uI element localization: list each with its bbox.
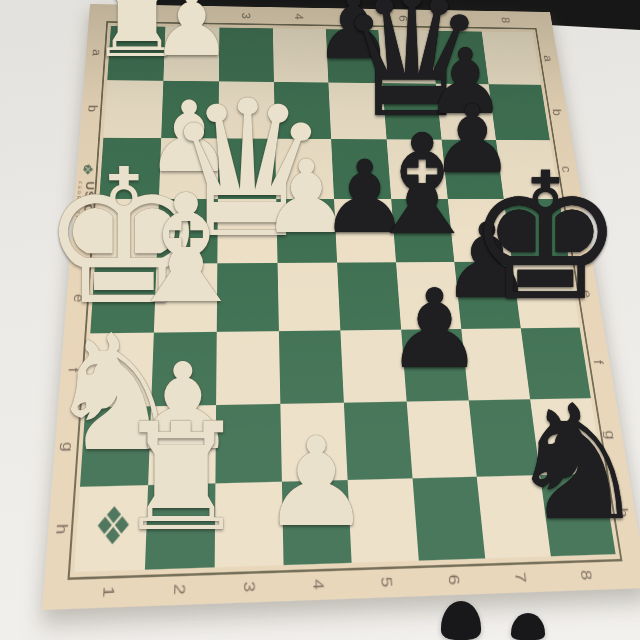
square-f3 — [216, 331, 280, 405]
file-label-right-h: h — [610, 498, 637, 527]
crest-icon: ❖ — [79, 163, 96, 176]
rank-label-bottom-2: 2 — [167, 573, 193, 605]
square-h3 — [215, 482, 284, 568]
square-g2 — [148, 405, 216, 485]
square-h4 — [282, 480, 352, 565]
square-e3 — [217, 263, 279, 332]
square-c3 — [218, 138, 276, 199]
rank-label-bottom-5: 5 — [374, 566, 400, 598]
square-g8 — [530, 398, 603, 475]
square-a2 — [163, 27, 219, 82]
square-e8 — [512, 261, 580, 328]
square-h8 — [540, 473, 616, 556]
file-label-right-f: f — [586, 350, 611, 375]
square-h2 — [145, 483, 215, 569]
chess-mat: aabbccddeeffgghh1122334455667788 ❖ US CH… — [42, 4, 640, 610]
square-f8 — [521, 328, 591, 400]
square-b6 — [382, 83, 441, 140]
square-e7 — [454, 262, 520, 329]
square-d5 — [334, 199, 396, 263]
square-c6 — [387, 139, 448, 199]
square-d4 — [276, 199, 337, 263]
square-e5 — [337, 262, 401, 330]
square-a4 — [273, 28, 329, 82]
file-label-left-e: e — [67, 286, 91, 311]
square-e4 — [278, 263, 341, 332]
chess-board-grid — [74, 26, 615, 572]
file-label-right-g: g — [597, 421, 623, 448]
square-a8 — [482, 32, 541, 85]
square-b7 — [436, 84, 496, 140]
file-label-right-e: e — [575, 282, 599, 306]
square-a5 — [326, 29, 383, 83]
file-label-left-a: a — [86, 43, 107, 62]
rank-label-top-3: 3 — [237, 7, 256, 25]
file-label-left-b: b — [82, 98, 104, 119]
photo-stage: aabbccddeeffgghh1122334455667788 ❖ US CH… — [0, 0, 640, 640]
rank-label-top-6: 6 — [393, 9, 413, 27]
rank-label-top-2: 2 — [183, 6, 202, 25]
square-c4 — [275, 139, 334, 199]
square-c2 — [159, 138, 219, 199]
square-f5 — [340, 330, 406, 403]
file-label-left-f: f — [61, 357, 86, 384]
square-a7 — [430, 31, 488, 84]
square-g1 — [80, 406, 151, 487]
square-d8 — [504, 199, 569, 262]
square-f4 — [279, 330, 344, 403]
rank-label-top-8: 8 — [495, 11, 515, 29]
square-a1 — [107, 26, 165, 81]
square-d2 — [156, 199, 217, 264]
rank-label-top-7: 7 — [445, 10, 465, 28]
square-h7 — [477, 475, 551, 558]
square-g6 — [407, 400, 477, 478]
rank-label-bottom-4: 4 — [306, 569, 331, 601]
square-c1 — [99, 138, 161, 199]
square-f6 — [401, 329, 469, 402]
rank-label-top-5: 5 — [342, 8, 362, 26]
square-d3 — [217, 199, 277, 263]
square-b8 — [489, 84, 550, 140]
square-c7 — [442, 140, 504, 199]
square-c5 — [331, 139, 391, 199]
rank-label-top-4: 4 — [289, 7, 308, 25]
rank-label-bottom-7: 7 — [507, 562, 534, 593]
square-f1 — [85, 333, 154, 408]
square-h5 — [348, 478, 419, 562]
square-a3 — [219, 28, 274, 82]
file-label-right-d: d — [565, 219, 588, 241]
square-g7 — [469, 399, 540, 476]
square-a6 — [378, 30, 435, 84]
file-label-right-a: a — [538, 49, 559, 68]
rank-label-bottom-8: 8 — [573, 560, 600, 591]
square-e6 — [396, 262, 461, 330]
square-h6 — [413, 477, 486, 561]
square-g4 — [280, 403, 347, 482]
rank-label-top-1: 1 — [129, 5, 149, 24]
rank-label-bottom-3: 3 — [237, 571, 262, 603]
captured-black-piece — [441, 601, 481, 640]
square-e1 — [90, 264, 156, 334]
square-b2 — [161, 81, 219, 139]
captured-black-piece — [511, 613, 545, 640]
square-e2 — [154, 263, 217, 332]
file-label-right-b: b — [546, 102, 568, 122]
square-b1 — [103, 80, 163, 138]
square-d7 — [448, 199, 512, 262]
square-b4 — [274, 82, 331, 139]
rank-label-bottom-6: 6 — [441, 564, 467, 595]
rank-label-bottom-1: 1 — [95, 576, 122, 608]
square-g3 — [215, 404, 281, 483]
corner-crest-icon: ❖ — [84, 495, 140, 556]
square-d6 — [391, 199, 454, 262]
square-c8 — [496, 140, 559, 199]
file-label-right-c: c — [555, 159, 578, 180]
square-g5 — [344, 402, 413, 480]
square-d1 — [95, 199, 159, 264]
file-label-left-g: g — [55, 433, 81, 462]
square-f2 — [151, 332, 217, 406]
square-b5 — [328, 83, 386, 140]
square-f7 — [461, 328, 530, 400]
square-b3 — [218, 81, 275, 138]
file-label-left-h: h — [48, 514, 75, 545]
